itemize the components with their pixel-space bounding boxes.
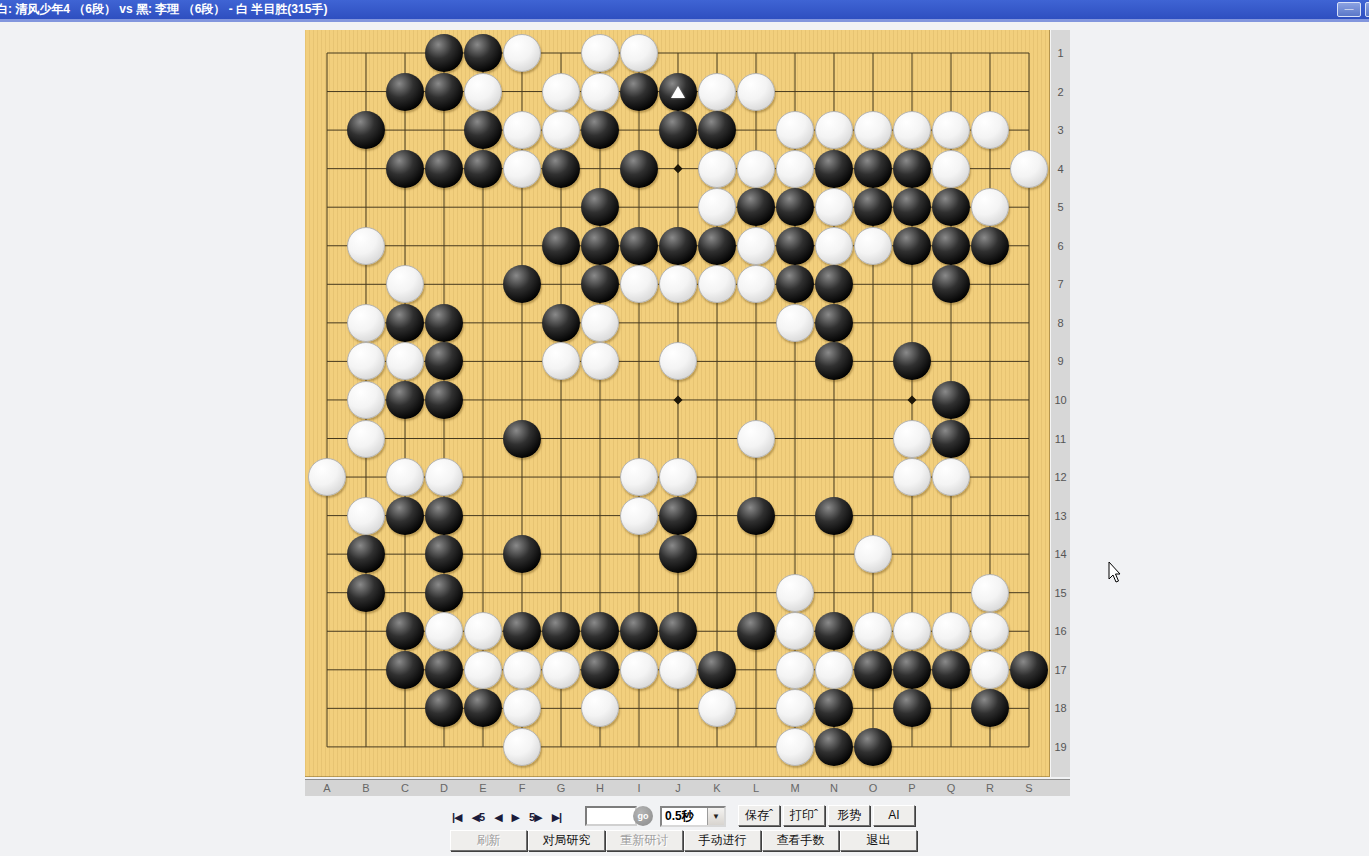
black-stone-J14 bbox=[659, 535, 697, 573]
black-stone-C2 bbox=[386, 73, 424, 111]
action-button-查看手数[interactable]: 查看手数 bbox=[762, 830, 839, 851]
black-stone-G8 bbox=[542, 304, 580, 342]
nav-button-3[interactable]: ▶ bbox=[510, 811, 521, 824]
black-stone-H3 bbox=[581, 111, 619, 149]
action-button-退出[interactable]: 退出 bbox=[840, 830, 917, 851]
black-stone-O4 bbox=[854, 150, 892, 188]
black-stone-O5 bbox=[854, 188, 892, 226]
action-button-对局研究[interactable]: 对局研究 bbox=[528, 830, 605, 851]
black-stone-M6 bbox=[776, 227, 814, 265]
black-stone-J16 bbox=[659, 612, 697, 650]
black-stone-J13 bbox=[659, 497, 697, 535]
white-stone-P16 bbox=[893, 612, 931, 650]
white-stone-M19 bbox=[776, 728, 814, 766]
action-button-刷新: 刷新 bbox=[450, 830, 527, 851]
white-stone-E17 bbox=[464, 651, 502, 689]
white-stone-K2 bbox=[698, 73, 736, 111]
column-label-A: A bbox=[317, 782, 337, 794]
white-stone-G3 bbox=[542, 111, 580, 149]
row-label-9: 9 bbox=[1051, 355, 1070, 367]
black-stone-K17 bbox=[698, 651, 736, 689]
white-stone-L11 bbox=[737, 420, 775, 458]
row-label-13: 13 bbox=[1051, 510, 1070, 522]
white-stone-M17 bbox=[776, 651, 814, 689]
black-stone-G4 bbox=[542, 150, 580, 188]
row-label-11: 11 bbox=[1051, 433, 1070, 445]
white-stone-O3 bbox=[854, 111, 892, 149]
black-stone-C17 bbox=[386, 651, 424, 689]
black-stone-F16 bbox=[503, 612, 541, 650]
white-stone-Q3 bbox=[932, 111, 970, 149]
white-stone-I17 bbox=[620, 651, 658, 689]
white-stone-N3 bbox=[815, 111, 853, 149]
mouse-cursor bbox=[1108, 562, 1124, 584]
white-stone-H2 bbox=[581, 73, 619, 111]
white-stone-B8 bbox=[347, 304, 385, 342]
white-stone-L6 bbox=[737, 227, 775, 265]
row-label-17: 17 bbox=[1051, 664, 1070, 676]
black-stone-D14 bbox=[425, 535, 463, 573]
white-stone-R15 bbox=[971, 574, 1009, 612]
column-label-K: K bbox=[707, 782, 727, 794]
move-number-input[interactable] bbox=[585, 806, 637, 826]
white-stone-M16 bbox=[776, 612, 814, 650]
white-stone-H1 bbox=[581, 34, 619, 72]
nav-button-1[interactable]: ◀5 bbox=[470, 811, 487, 824]
black-stone-N8 bbox=[815, 304, 853, 342]
action-button-打印ˆ[interactable]: 打印ˆ bbox=[783, 805, 825, 826]
white-stone-G2 bbox=[542, 73, 580, 111]
column-label-C: C bbox=[395, 782, 415, 794]
black-stone-D8 bbox=[425, 304, 463, 342]
black-stone-G6 bbox=[542, 227, 580, 265]
white-stone-P12 bbox=[893, 458, 931, 496]
white-stone-F19 bbox=[503, 728, 541, 766]
black-stone-O19 bbox=[854, 728, 892, 766]
black-stone-F14 bbox=[503, 535, 541, 573]
black-stone-C16 bbox=[386, 612, 424, 650]
row-label-18: 18 bbox=[1051, 702, 1070, 714]
white-stone-F3 bbox=[503, 111, 541, 149]
white-stone-M4 bbox=[776, 150, 814, 188]
black-stone-B3 bbox=[347, 111, 385, 149]
column-label-N: N bbox=[824, 782, 844, 794]
black-stone-L13 bbox=[737, 497, 775, 535]
black-stone-N13 bbox=[815, 497, 853, 535]
black-stone-Q17 bbox=[932, 651, 970, 689]
row-label-1: 1 bbox=[1051, 47, 1070, 59]
white-stone-E2 bbox=[464, 73, 502, 111]
minimize-button[interactable]: — bbox=[1337, 2, 1361, 17]
star-point bbox=[907, 395, 916, 404]
nav-button-4[interactable]: 5▶ bbox=[527, 811, 544, 824]
action-buttons-row1: 保存ˆ打印ˆ形势AI bbox=[738, 805, 915, 826]
white-stone-C12 bbox=[386, 458, 424, 496]
black-stone-D13 bbox=[425, 497, 463, 535]
white-stone-M8 bbox=[776, 304, 814, 342]
nav-button-2[interactable]: ◀ bbox=[492, 811, 503, 824]
white-stone-E16 bbox=[464, 612, 502, 650]
white-stone-M3 bbox=[776, 111, 814, 149]
white-stone-K5 bbox=[698, 188, 736, 226]
white-stone-I12 bbox=[620, 458, 658, 496]
row-label-14: 14 bbox=[1051, 548, 1070, 560]
row-label-12: 12 bbox=[1051, 471, 1070, 483]
black-stone-I16 bbox=[620, 612, 658, 650]
black-stone-F11 bbox=[503, 420, 541, 458]
action-button-AI[interactable]: AI bbox=[873, 805, 915, 826]
black-stone-C4 bbox=[386, 150, 424, 188]
column-label-G: G bbox=[551, 782, 571, 794]
black-stone-E1 bbox=[464, 34, 502, 72]
white-stone-L2 bbox=[737, 73, 775, 111]
black-stone-M5 bbox=[776, 188, 814, 226]
action-button-重新研讨: 重新研讨 bbox=[606, 830, 683, 851]
black-stone-C13 bbox=[386, 497, 424, 535]
row-label-6: 6 bbox=[1051, 240, 1070, 252]
go-button[interactable]: go bbox=[633, 806, 653, 826]
black-stone-D17 bbox=[425, 651, 463, 689]
black-stone-H6 bbox=[581, 227, 619, 265]
white-stone-S4 bbox=[1010, 150, 1048, 188]
column-label-P: P bbox=[902, 782, 922, 794]
white-stone-R3 bbox=[971, 111, 1009, 149]
star-point bbox=[673, 164, 682, 173]
black-stone-K3 bbox=[698, 111, 736, 149]
white-stone-Q16 bbox=[932, 612, 970, 650]
white-stone-I1 bbox=[620, 34, 658, 72]
row-label-16: 16 bbox=[1051, 625, 1070, 637]
black-stone-E3 bbox=[464, 111, 502, 149]
window-title: 白: 清风少年4 （6段） vs 黑: 李理 （6段） - 白 半目胜(315手… bbox=[0, 0, 327, 19]
white-stone-Q4 bbox=[932, 150, 970, 188]
row-number-strip: 12345678910111213141516171819 bbox=[1050, 30, 1070, 777]
delay-select[interactable]: 0.5秒 ▼ bbox=[660, 806, 726, 827]
column-label-Q: Q bbox=[941, 782, 961, 794]
black-stone-I4 bbox=[620, 150, 658, 188]
black-stone-H17 bbox=[581, 651, 619, 689]
black-stone-C10 bbox=[386, 381, 424, 419]
row-label-7: 7 bbox=[1051, 278, 1070, 290]
white-stone-A12 bbox=[308, 458, 346, 496]
move-nav-bar: |◀◀5◀▶5▶▶| bbox=[450, 806, 563, 828]
white-stone-R16 bbox=[971, 612, 1009, 650]
black-stone-D4 bbox=[425, 150, 463, 188]
column-letter-strip: ABCDEFGHIJKLMNOPQRS bbox=[305, 779, 1070, 796]
white-stone-P3 bbox=[893, 111, 931, 149]
white-stone-I13 bbox=[620, 497, 658, 535]
white-stone-B6 bbox=[347, 227, 385, 265]
white-stone-L4 bbox=[737, 150, 775, 188]
black-stone-D15 bbox=[425, 574, 463, 612]
black-stone-L16 bbox=[737, 612, 775, 650]
column-label-F: F bbox=[512, 782, 532, 794]
action-button-保存ˆ[interactable]: 保存ˆ bbox=[738, 805, 780, 826]
white-stone-F1 bbox=[503, 34, 541, 72]
black-stone-I2 bbox=[620, 73, 658, 111]
column-label-J: J bbox=[668, 782, 688, 794]
black-stone-B15 bbox=[347, 574, 385, 612]
black-stone-Q5 bbox=[932, 188, 970, 226]
black-stone-P17 bbox=[893, 651, 931, 689]
column-label-H: H bbox=[590, 782, 610, 794]
black-stone-J3 bbox=[659, 111, 697, 149]
action-button-手动进行[interactable]: 手动进行 bbox=[684, 830, 761, 851]
title-bar: 白: 清风少年4 （6段） vs 黑: 李理 （6段） - 白 半目胜(315手… bbox=[0, 0, 1369, 19]
column-label-D: D bbox=[434, 782, 454, 794]
black-stone-D2 bbox=[425, 73, 463, 111]
white-stone-N5 bbox=[815, 188, 853, 226]
row-label-5: 5 bbox=[1051, 201, 1070, 213]
white-stone-M15 bbox=[776, 574, 814, 612]
row-label-8: 8 bbox=[1051, 317, 1070, 329]
black-stone-H16 bbox=[581, 612, 619, 650]
black-stone-L5 bbox=[737, 188, 775, 226]
action-button-形势[interactable]: 形势 bbox=[828, 805, 870, 826]
column-label-I: I bbox=[629, 782, 649, 794]
column-label-M: M bbox=[785, 782, 805, 794]
white-stone-B11 bbox=[347, 420, 385, 458]
white-stone-D12 bbox=[425, 458, 463, 496]
row-label-19: 19 bbox=[1051, 741, 1070, 753]
column-label-E: E bbox=[473, 782, 493, 794]
go-board[interactable] bbox=[305, 30, 1050, 777]
white-stone-J17 bbox=[659, 651, 697, 689]
white-stone-B10 bbox=[347, 381, 385, 419]
white-stone-O6 bbox=[854, 227, 892, 265]
row-label-3: 3 bbox=[1051, 124, 1070, 136]
white-stone-H8 bbox=[581, 304, 619, 342]
black-stone-Q6 bbox=[932, 227, 970, 265]
black-stone-C8 bbox=[386, 304, 424, 342]
black-stone-J6 bbox=[659, 227, 697, 265]
white-stone-N6 bbox=[815, 227, 853, 265]
black-stone-P5 bbox=[893, 188, 931, 226]
column-label-L: L bbox=[746, 782, 766, 794]
row-label-4: 4 bbox=[1051, 163, 1070, 175]
nav-button-5[interactable]: ▶| bbox=[550, 811, 564, 824]
row-label-15: 15 bbox=[1051, 587, 1070, 599]
delay-value: 0.5秒 bbox=[662, 808, 707, 825]
white-stone-O16 bbox=[854, 612, 892, 650]
black-stone-Q11 bbox=[932, 420, 970, 458]
black-stone-G16 bbox=[542, 612, 580, 650]
white-stone-O14 bbox=[854, 535, 892, 573]
black-stone-Q10 bbox=[932, 381, 970, 419]
white-stone-K4 bbox=[698, 150, 736, 188]
black-stone-D1 bbox=[425, 34, 463, 72]
white-stone-G17 bbox=[542, 651, 580, 689]
black-stone-N4 bbox=[815, 150, 853, 188]
maximize-button[interactable] bbox=[1365, 2, 1369, 17]
white-stone-R5 bbox=[971, 188, 1009, 226]
black-stone-D10 bbox=[425, 381, 463, 419]
white-stone-R17 bbox=[971, 651, 1009, 689]
white-stone-N17 bbox=[815, 651, 853, 689]
black-stone-O17 bbox=[854, 651, 892, 689]
row-label-2: 2 bbox=[1051, 86, 1070, 98]
black-stone-K6 bbox=[698, 227, 736, 265]
row-label-10: 10 bbox=[1051, 394, 1070, 406]
black-stone-R6 bbox=[971, 227, 1009, 265]
black-stone-P4 bbox=[893, 150, 931, 188]
black-stone-H5 bbox=[581, 188, 619, 226]
black-stone-I6 bbox=[620, 227, 658, 265]
black-stone-B14 bbox=[347, 535, 385, 573]
white-stone-F17 bbox=[503, 651, 541, 689]
white-stone-F4 bbox=[503, 150, 541, 188]
black-stone-N19 bbox=[815, 728, 853, 766]
black-stone-P6 bbox=[893, 227, 931, 265]
star-point bbox=[673, 395, 682, 404]
black-stone-N16 bbox=[815, 612, 853, 650]
chevron-down-icon[interactable]: ▼ bbox=[707, 808, 724, 825]
titlebar-underline bbox=[0, 19, 1369, 22]
white-stone-B13 bbox=[347, 497, 385, 535]
white-stone-P11 bbox=[893, 420, 931, 458]
action-buttons-row2: 刷新对局研究重新研讨手动进行查看手数退出 bbox=[450, 830, 917, 851]
column-label-S: S bbox=[1019, 782, 1039, 794]
column-label-B: B bbox=[356, 782, 376, 794]
white-stone-J12 bbox=[659, 458, 697, 496]
black-stone-E4 bbox=[464, 150, 502, 188]
black-stone-S17 bbox=[1010, 651, 1048, 689]
last-move-marker-icon bbox=[671, 86, 685, 98]
column-label-O: O bbox=[863, 782, 883, 794]
column-label-R: R bbox=[980, 782, 1000, 794]
nav-button-0[interactable]: |◀ bbox=[450, 811, 464, 824]
white-stone-D16 bbox=[425, 612, 463, 650]
white-stone-Q12 bbox=[932, 458, 970, 496]
